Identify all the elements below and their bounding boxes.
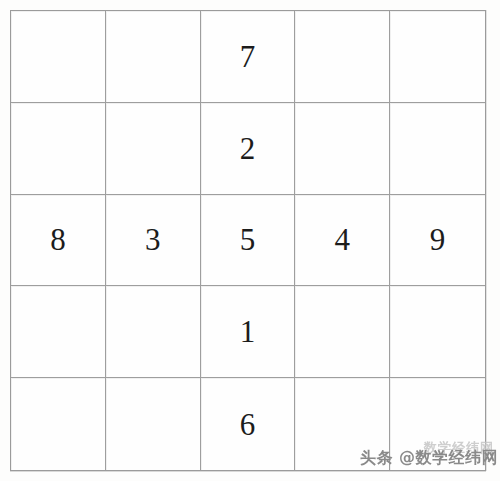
cell-r3c2: 3 (106, 195, 201, 287)
cell-r3c1: 8 (11, 195, 106, 287)
cell-r4c5[interactable] (390, 286, 485, 378)
cell-r4c1[interactable] (11, 286, 106, 378)
cell-r3c3: 5 (201, 195, 296, 287)
cell-r1c3: 7 (201, 11, 296, 103)
cell-r1c4[interactable] (295, 11, 390, 103)
cell-r1c1[interactable] (11, 11, 106, 103)
cell-r2c4[interactable] (295, 103, 390, 195)
cell-r3c5: 9 (390, 195, 485, 287)
cell-r5c5[interactable] (390, 378, 485, 470)
puzzle-board: 728354916 (10, 10, 486, 471)
cell-r5c3: 6 (201, 378, 296, 470)
cell-r5c1[interactable] (11, 378, 106, 470)
cell-r4c4[interactable] (295, 286, 390, 378)
cell-r4c3: 1 (201, 286, 296, 378)
cell-r3c4: 4 (295, 195, 390, 287)
cell-r2c1[interactable] (11, 103, 106, 195)
cell-r1c5[interactable] (390, 11, 485, 103)
cell-r2c2[interactable] (106, 103, 201, 195)
cell-r5c4[interactable] (295, 378, 390, 470)
cell-r2c3: 2 (201, 103, 296, 195)
cell-r4c2[interactable] (106, 286, 201, 378)
cell-r2c5[interactable] (390, 103, 485, 195)
cell-r5c2[interactable] (106, 378, 201, 470)
cell-r1c2[interactable] (106, 11, 201, 103)
